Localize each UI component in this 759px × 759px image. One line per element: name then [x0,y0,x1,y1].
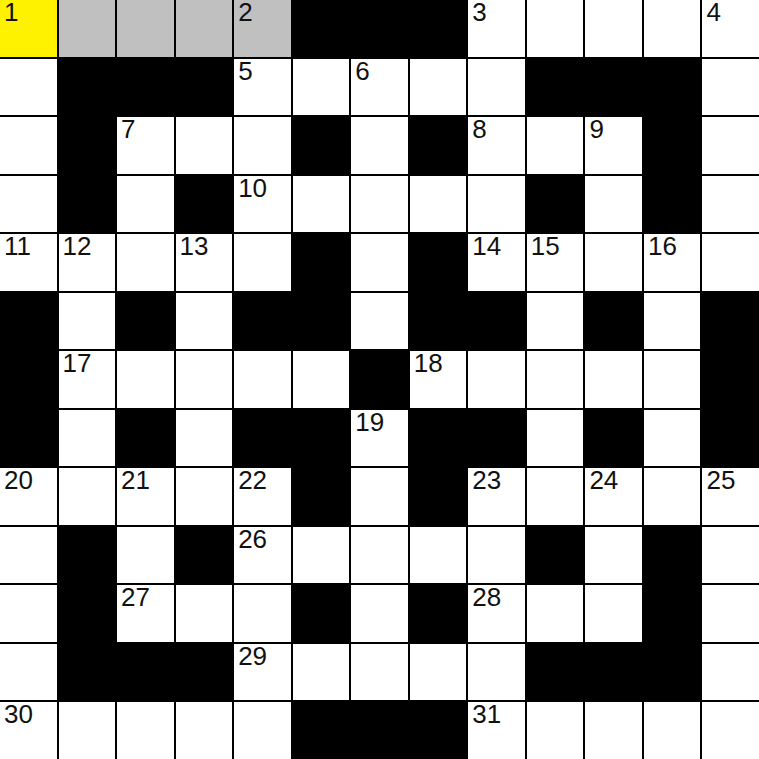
white-cell[interactable]: 8 [468,117,525,174]
white-cell[interactable] [527,410,584,467]
black-cell [410,468,467,525]
clue-number: 19 [355,409,384,435]
clue-number: 3 [472,0,486,25]
white-cell[interactable]: 14 [468,234,525,291]
white-cell[interactable]: 5 [234,59,291,116]
white-cell[interactable] [410,59,467,116]
white-cell[interactable] [117,351,174,408]
black-cell [0,293,57,350]
white-cell[interactable] [585,585,642,642]
white-cell[interactable] [527,702,584,759]
white-cell[interactable] [234,117,291,174]
black-cell [59,176,116,233]
white-cell[interactable] [468,527,525,584]
white-cell[interactable] [702,585,759,642]
black-cell [410,0,467,57]
black-cell [702,293,759,350]
black-cell [585,644,642,701]
white-cell[interactable] [176,351,233,408]
black-cell [117,644,174,701]
white-cell[interactable]: 13 [176,234,233,291]
black-cell [527,59,584,116]
clue-number: 17 [63,350,92,376]
black-cell [293,585,350,642]
white-cell[interactable] [644,293,701,350]
white-cell[interactable] [585,527,642,584]
black-cell [644,585,701,642]
clue-number: 22 [238,467,267,493]
black-cell [293,117,350,174]
clue-number: 6 [355,58,369,84]
black-cell [410,234,467,291]
black-cell [527,644,584,701]
white-cell[interactable] [117,702,174,759]
clue-number: 23 [472,467,501,493]
white-cell[interactable] [0,585,57,642]
black-cell [644,117,701,174]
black-cell [59,117,116,174]
white-cell[interactable] [176,585,233,642]
white-cell[interactable]: 27 [117,585,174,642]
white-cell[interactable] [293,176,350,233]
white-cell[interactable] [293,527,350,584]
black-cell [59,527,116,584]
black-cell [293,293,350,350]
clue-number: 18 [414,350,443,376]
white-cell[interactable]: 25 [702,468,759,525]
white-cell[interactable] [0,117,57,174]
clue-number: 4 [706,0,720,25]
black-cell [117,59,174,116]
white-cell[interactable] [644,351,701,408]
clue-number: 12 [63,233,92,259]
white-cell[interactable]: 17 [59,351,116,408]
white-cell[interactable]: 7 [117,117,174,174]
white-cell[interactable] [351,234,408,291]
black-cell [176,59,233,116]
highlighted-word-cell[interactable] [176,0,233,57]
white-cell[interactable]: 18 [410,351,467,408]
white-cell[interactable] [234,351,291,408]
white-cell[interactable] [351,176,408,233]
clue-number: 8 [472,116,486,142]
white-cell[interactable] [585,0,642,57]
white-cell[interactable] [351,585,408,642]
white-cell[interactable] [351,644,408,701]
black-cell [410,410,467,467]
white-cell[interactable]: 6 [351,59,408,116]
white-cell[interactable] [351,527,408,584]
black-cell [527,527,584,584]
clue-number: 10 [238,175,267,201]
white-cell[interactable]: 29 [234,644,291,701]
white-cell[interactable] [351,117,408,174]
black-cell [351,702,408,759]
white-cell[interactable] [234,585,291,642]
black-cell [293,702,350,759]
black-cell [293,234,350,291]
black-cell [59,59,116,116]
clue-number: 21 [121,467,150,493]
black-cell [59,585,116,642]
clue-number: 13 [180,233,209,259]
black-cell [234,410,291,467]
black-cell [410,585,467,642]
white-cell[interactable]: 12 [59,234,116,291]
white-cell[interactable]: 21 [117,468,174,525]
black-cell [59,644,116,701]
black-cell [234,293,291,350]
clue-number: 7 [121,116,135,142]
white-cell[interactable]: 16 [644,234,701,291]
clue-number: 20 [4,467,33,493]
black-cell [0,351,57,408]
white-cell[interactable] [702,702,759,759]
white-cell[interactable] [176,702,233,759]
white-cell[interactable]: 30 [0,702,57,759]
clue-number: 24 [589,467,618,493]
highlighted-word-cell[interactable]: 2 [234,0,291,57]
black-cell [410,702,467,759]
white-cell[interactable]: 28 [468,585,525,642]
white-cell[interactable] [527,585,584,642]
white-cell[interactable] [0,527,57,584]
white-cell[interactable] [293,351,350,408]
black-cell [176,176,233,233]
clue-number: 27 [121,584,150,610]
white-cell[interactable]: 11 [0,234,57,291]
black-cell [293,0,350,57]
white-cell[interactable] [234,234,291,291]
black-cell [0,410,57,467]
white-cell[interactable]: 19 [351,410,408,467]
black-cell [585,410,642,467]
white-cell[interactable] [117,527,174,584]
black-cell [644,644,701,701]
clue-number: 11 [4,233,31,259]
white-cell[interactable] [585,351,642,408]
white-cell[interactable]: 10 [234,176,291,233]
white-cell[interactable] [527,117,584,174]
white-cell[interactable] [351,293,408,350]
selected-cell[interactable]: 1 [0,0,57,57]
white-cell[interactable] [702,644,759,701]
white-cell[interactable] [293,644,350,701]
clue-number: 15 [531,233,560,259]
white-cell[interactable] [468,176,525,233]
highlighted-word-cell[interactable] [117,0,174,57]
white-cell[interactable] [176,410,233,467]
black-cell [117,293,174,350]
white-cell[interactable] [702,234,759,291]
clue-number: 29 [238,643,267,669]
white-cell[interactable] [293,59,350,116]
black-cell [176,644,233,701]
clue-number: 5 [238,58,252,84]
white-cell[interactable] [702,176,759,233]
white-cell[interactable] [468,351,525,408]
white-cell[interactable] [527,0,584,57]
white-cell[interactable] [59,468,116,525]
highlighted-word-cell[interactable] [59,0,116,57]
white-cell[interactable]: 22 [234,468,291,525]
white-cell[interactable] [527,293,584,350]
white-cell[interactable] [0,644,57,701]
black-cell [176,527,233,584]
clue-number: 28 [472,584,501,610]
white-cell[interactable] [59,702,116,759]
white-cell[interactable] [702,117,759,174]
black-cell [293,410,350,467]
white-cell[interactable] [234,702,291,759]
white-cell[interactable] [527,468,584,525]
white-cell[interactable] [585,176,642,233]
white-cell[interactable]: 15 [527,234,584,291]
white-cell[interactable] [176,117,233,174]
white-cell[interactable] [410,644,467,701]
black-cell [117,410,174,467]
black-cell [702,410,759,467]
white-cell[interactable] [351,468,408,525]
white-cell[interactable]: 3 [468,0,525,57]
black-cell [585,59,642,116]
white-cell[interactable] [59,293,116,350]
white-cell[interactable] [644,702,701,759]
clue-number: 1 [4,0,18,25]
white-cell[interactable] [0,176,57,233]
white-cell[interactable]: 4 [702,0,759,57]
clue-number: 9 [589,116,603,142]
black-cell [468,410,525,467]
clue-number: 26 [238,526,267,552]
black-cell [644,176,701,233]
white-cell[interactable] [702,59,759,116]
black-cell [702,351,759,408]
white-cell[interactable]: 24 [585,468,642,525]
clue-number: 16 [648,233,677,259]
white-cell[interactable] [59,410,116,467]
white-cell[interactable] [176,468,233,525]
black-cell [585,293,642,350]
white-cell[interactable]: 31 [468,702,525,759]
black-cell [527,176,584,233]
white-cell[interactable] [410,527,467,584]
white-cell[interactable] [644,468,701,525]
black-cell [468,293,525,350]
black-cell [644,59,701,116]
clue-number: 14 [472,233,501,259]
black-cell [351,351,408,408]
white-cell[interactable] [176,293,233,350]
white-cell[interactable] [644,410,701,467]
white-cell[interactable] [468,644,525,701]
white-cell[interactable] [702,527,759,584]
white-cell[interactable]: 26 [234,527,291,584]
white-cell[interactable] [585,234,642,291]
clue-number: 30 [4,701,33,727]
crossword-grid: 1234567891011121314151617181920212223242… [0,0,759,759]
black-cell [644,527,701,584]
white-cell[interactable] [410,176,467,233]
white-cell[interactable] [0,59,57,116]
black-cell [293,468,350,525]
white-cell[interactable]: 23 [468,468,525,525]
white-cell[interactable] [585,702,642,759]
black-cell [410,293,467,350]
black-cell [410,117,467,174]
white-cell[interactable] [117,234,174,291]
clue-number: 2 [238,0,252,25]
white-cell[interactable] [527,351,584,408]
white-cell[interactable]: 9 [585,117,642,174]
clue-number: 25 [706,467,735,493]
white-cell[interactable] [644,0,701,57]
white-cell[interactable] [468,59,525,116]
clue-number: 31 [472,701,501,727]
white-cell[interactable] [117,176,174,233]
black-cell [351,0,408,57]
white-cell[interactable]: 20 [0,468,57,525]
